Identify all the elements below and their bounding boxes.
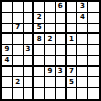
- cell-empty-r8c4[interactable]: [34, 77, 45, 88]
- cell-empty-r7c3[interactable]: [24, 67, 35, 78]
- cell-empty-r1c1[interactable]: [2, 2, 13, 13]
- cell-empty-r8c6[interactable]: [56, 77, 67, 88]
- cell-empty-r8c5[interactable]: [45, 77, 56, 88]
- cell-empty-r6c8[interactable]: [77, 56, 88, 67]
- cell-empty-r5c8[interactable]: [77, 45, 88, 56]
- cell-empty-r8c1[interactable]: [2, 77, 13, 88]
- cell-empty-r9c4[interactable]: [34, 88, 45, 99]
- cell-empty-r1c4[interactable]: [34, 2, 45, 13]
- cell-empty-r9c3[interactable]: [24, 88, 35, 99]
- cell-empty-r3c1[interactable]: [2, 24, 13, 35]
- cell-empty-r6c6[interactable]: [56, 56, 67, 67]
- cell-empty-r2c2[interactable]: [13, 13, 24, 24]
- cell-empty-r1c2[interactable]: [13, 2, 24, 13]
- cell-given-r5c1: 9: [2, 45, 13, 56]
- cell-empty-r4c8[interactable]: [77, 34, 88, 45]
- cell-empty-r7c2[interactable]: [13, 67, 24, 78]
- cell-empty-r2c1[interactable]: [2, 13, 13, 24]
- cell-empty-r2c5[interactable]: [45, 13, 56, 24]
- cell-empty-r7c4[interactable]: [34, 67, 45, 78]
- cell-empty-r9c2[interactable]: [13, 88, 24, 99]
- cell-given-r1c6: 6: [56, 2, 67, 13]
- cell-given-r7c6: 3: [56, 67, 67, 78]
- cell-empty-r1c5[interactable]: [45, 2, 56, 13]
- cell-empty-r9c8[interactable]: [77, 88, 88, 99]
- cell-given-r2c8: 4: [77, 13, 88, 24]
- cell-empty-r3c9[interactable]: [88, 24, 99, 35]
- cell-given-r1c8: 3: [77, 2, 88, 13]
- cell-empty-r2c7[interactable]: [67, 13, 78, 24]
- sudoku-board: 63247582193493725: [0, 0, 101, 101]
- cell-empty-r1c3[interactable]: [24, 2, 35, 13]
- cell-empty-r7c1[interactable]: [2, 67, 13, 78]
- cell-given-r4c4: 8: [34, 34, 45, 45]
- cell-empty-r8c9[interactable]: [88, 77, 99, 88]
- cell-empty-r2c9[interactable]: [88, 13, 99, 24]
- cell-empty-r3c7[interactable]: [67, 24, 78, 35]
- cell-empty-r5c2[interactable]: [13, 45, 24, 56]
- cell-given-r4c5: 2: [45, 34, 56, 45]
- cell-given-r3c4: 5: [34, 24, 45, 35]
- cell-empty-r1c7[interactable]: [67, 2, 78, 13]
- cell-given-r6c1: 4: [2, 56, 13, 67]
- cell-empty-r6c7[interactable]: [67, 56, 78, 67]
- cell-given-r4c7: 1: [67, 34, 78, 45]
- cell-empty-r4c2[interactable]: [13, 34, 24, 45]
- cell-empty-r5c4[interactable]: [34, 45, 45, 56]
- cell-empty-r7c8[interactable]: [77, 67, 88, 78]
- cell-empty-r9c9[interactable]: [88, 88, 99, 99]
- cell-empty-r6c5[interactable]: [45, 56, 56, 67]
- cell-empty-r8c8[interactable]: [77, 77, 88, 88]
- cell-empty-r9c7[interactable]: [67, 88, 78, 99]
- cell-empty-r4c9[interactable]: [88, 34, 99, 45]
- cell-empty-r8c3[interactable]: [24, 77, 35, 88]
- cell-given-r8c2: 2: [13, 77, 24, 88]
- cell-empty-r4c3[interactable]: [24, 34, 35, 45]
- cell-empty-r7c9[interactable]: [88, 67, 99, 78]
- cell-empty-r6c9[interactable]: [88, 56, 99, 67]
- cell-empty-r9c5[interactable]: [45, 88, 56, 99]
- cell-empty-r5c9[interactable]: [88, 45, 99, 56]
- cell-empty-r6c3[interactable]: [24, 56, 35, 67]
- cell-empty-r3c5[interactable]: [45, 24, 56, 35]
- cell-empty-r4c1[interactable]: [2, 34, 13, 45]
- cell-empty-r3c3[interactable]: [24, 24, 35, 35]
- cell-empty-r3c8[interactable]: [77, 24, 88, 35]
- cell-given-r5c3: 3: [24, 45, 35, 56]
- cell-empty-r4c6[interactable]: [56, 34, 67, 45]
- cell-given-r2c4: 2: [34, 13, 45, 24]
- cell-empty-r9c6[interactable]: [56, 88, 67, 99]
- cell-empty-r2c6[interactable]: [56, 13, 67, 24]
- cell-empty-r1c9[interactable]: [88, 2, 99, 13]
- cell-given-r3c2: 7: [13, 24, 24, 35]
- cell-empty-r6c2[interactable]: [13, 56, 24, 67]
- cell-empty-r2c3[interactable]: [24, 13, 35, 24]
- cell-given-r8c7: 5: [67, 77, 78, 88]
- cell-empty-r3c6[interactable]: [56, 24, 67, 35]
- cell-empty-r5c5[interactable]: [45, 45, 56, 56]
- cell-empty-r5c7[interactable]: [67, 45, 78, 56]
- cell-empty-r5c6[interactable]: [56, 45, 67, 56]
- cell-given-r7c5: 9: [45, 67, 56, 78]
- cell-empty-r6c4[interactable]: [34, 56, 45, 67]
- cell-empty-r9c1[interactable]: [2, 88, 13, 99]
- cell-given-r7c7: 7: [67, 67, 78, 78]
